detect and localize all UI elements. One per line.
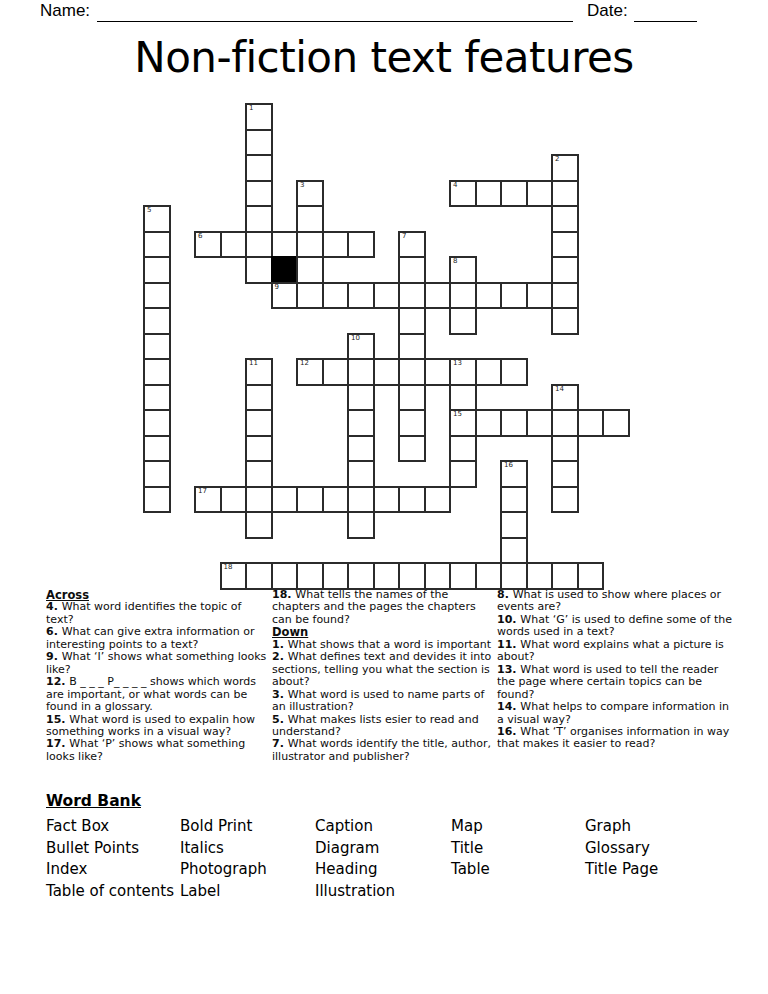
clue: 6. What can give extra information or in… — [46, 626, 272, 651]
grid-cell[interactable] — [296, 282, 324, 310]
grid-cell[interactable] — [398, 282, 426, 310]
grid-cell[interactable] — [449, 307, 477, 335]
grid-cell[interactable] — [424, 358, 452, 386]
cell-number: 6 — [198, 232, 202, 241]
grid-cell[interactable] — [143, 409, 171, 437]
grid-cell[interactable] — [143, 358, 171, 386]
grid-cell[interactable] — [143, 486, 171, 514]
grid-cell[interactable] — [449, 562, 477, 590]
clues-column-1: Across 4. What word identifies the topic… — [46, 589, 272, 763]
grid-cell[interactable] — [245, 409, 273, 437]
grid-cell[interactable] — [424, 486, 452, 514]
grid-cell[interactable] — [143, 307, 171, 335]
word-bank-item: Bullet Points — [46, 838, 174, 860]
grid-cell[interactable] — [220, 486, 248, 514]
grid-cell[interactable]: 18 — [220, 562, 248, 590]
grid-cell[interactable] — [143, 384, 171, 412]
name-label: Name: — [40, 1, 90, 21]
grid-cell[interactable] — [526, 180, 554, 208]
grid-cell[interactable]: 15 — [449, 409, 477, 437]
grid-cell[interactable]: 3 — [296, 180, 324, 208]
grid-cell[interactable] — [500, 511, 528, 539]
word-bank-item: Illustration — [315, 881, 395, 903]
clue: 12. B _ _ _ P_ _ _ _ shows which words a… — [46, 676, 272, 713]
grid-cell[interactable] — [577, 409, 605, 437]
grid-cell[interactable]: 2 — [551, 154, 579, 182]
grid-cell[interactable]: 6 — [194, 231, 222, 259]
word-bank-item: Table — [451, 859, 490, 881]
grid-cell[interactable] — [449, 435, 477, 463]
grid-cell[interactable] — [245, 460, 273, 488]
cell-number: 15 — [453, 410, 462, 419]
cell-number: 10 — [351, 334, 360, 343]
grid-cell[interactable] — [526, 282, 554, 310]
grid-cell[interactable] — [424, 282, 452, 310]
grid-cell[interactable] — [398, 435, 426, 463]
grid-cell[interactable] — [347, 282, 375, 310]
grid-cell[interactable]: 7 — [398, 231, 426, 259]
word-bank-item: Map — [451, 816, 490, 838]
grid-cell[interactable] — [551, 460, 579, 488]
grid-cell[interactable] — [271, 486, 299, 514]
grid-cell[interactable] — [373, 282, 401, 310]
grid-cell[interactable] — [245, 511, 273, 539]
word-bank-item: Photograph — [180, 859, 267, 881]
grid-cell[interactable] — [398, 384, 426, 412]
cell-number: 11 — [249, 359, 258, 368]
word-bank-column: MapTitleTable — [451, 816, 490, 881]
grid-cell[interactable] — [500, 537, 528, 565]
word-bank-item: Title Page — [585, 859, 658, 881]
grid-cell[interactable] — [398, 333, 426, 361]
grid-cell[interactable] — [551, 282, 579, 310]
cell-number: 2 — [555, 155, 559, 164]
grid-cell[interactable] — [449, 384, 477, 412]
cell-number: 9 — [275, 283, 279, 292]
grid-cell[interactable] — [500, 282, 528, 310]
grid-cell[interactable] — [373, 562, 401, 590]
date-input-line[interactable] — [634, 3, 697, 22]
word-bank-item: Label — [180, 881, 267, 903]
down-clue-list-cont: 8. What is used to show where places or … — [497, 589, 737, 751]
grid-cell[interactable] — [347, 511, 375, 539]
grid-cell[interactable] — [322, 358, 350, 386]
grid-cell[interactable] — [373, 358, 401, 386]
grid-cell[interactable]: 4 — [449, 180, 477, 208]
word-bank-column: CaptionDiagramHeadingIllustration — [315, 816, 395, 902]
grid-cell[interactable] — [322, 486, 350, 514]
grid-cell[interactable] — [347, 435, 375, 463]
grid-cell[interactable] — [500, 486, 528, 514]
grid-cell[interactable] — [551, 435, 579, 463]
grid-cell[interactable] — [347, 384, 375, 412]
clue: 14. What helps to compare information in… — [497, 701, 737, 726]
clue: 11. What word explains what a picture is… — [497, 639, 737, 664]
grid-cell[interactable]: 16 — [500, 460, 528, 488]
cell-number: 13 — [453, 359, 462, 368]
grid-cell[interactable] — [373, 486, 401, 514]
clue: 4. What word identifies the topic of tex… — [46, 601, 272, 626]
grid-cell[interactable] — [296, 256, 324, 284]
grid-cell[interactable] — [398, 409, 426, 437]
grid-cell[interactable] — [551, 562, 579, 590]
cell-number: 17 — [198, 487, 207, 496]
grid-cell[interactable] — [245, 205, 273, 233]
grid-cell[interactable] — [551, 205, 579, 233]
grid-cell[interactable] — [245, 129, 273, 157]
grid-cell[interactable] — [475, 562, 503, 590]
cell-number: 5 — [147, 206, 151, 215]
grid-cell[interactable] — [245, 562, 273, 590]
word-bank-item: Title — [451, 838, 490, 860]
grid-cell[interactable] — [551, 231, 579, 259]
clue: 7. What words identify the title, author… — [272, 738, 494, 763]
crossword-grid: 123456789101112131415161718 — [143, 103, 633, 593]
grid-cell[interactable] — [220, 231, 248, 259]
grid-cell[interactable] — [347, 460, 375, 488]
grid-cell[interactable] — [245, 384, 273, 412]
grid-cell[interactable]: 8 — [449, 256, 477, 284]
grid-cell[interactable] — [271, 562, 299, 590]
clue: 16. What ‘T’ organises information in wa… — [497, 726, 737, 751]
grid-cell[interactable] — [449, 460, 477, 488]
word-bank-item: Graph — [585, 816, 658, 838]
grid-cell[interactable] — [245, 435, 273, 463]
grid-cell[interactable]: 5 — [143, 205, 171, 233]
word-bank-item: Index — [46, 859, 174, 881]
clue: 9. What ‘I’ shows what something looks l… — [46, 651, 272, 676]
grid-cell[interactable] — [500, 562, 528, 590]
grid-cell[interactable] — [322, 282, 350, 310]
black-cell — [271, 256, 299, 284]
grid-cell[interactable] — [398, 358, 426, 386]
grid-cell[interactable]: 9 — [271, 282, 299, 310]
grid-cell[interactable] — [347, 562, 375, 590]
grid-cell[interactable] — [500, 409, 528, 437]
grid-cell[interactable]: 10 — [347, 333, 375, 361]
word-bank-item: Table of contents — [46, 881, 174, 903]
grid-cell[interactable] — [398, 307, 426, 335]
grid-cell[interactable] — [398, 486, 426, 514]
clue: 18. What tells the names of the chapters… — [272, 589, 494, 626]
word-bank: Word Bank Fact BoxBullet PointsIndexTabl… — [46, 792, 746, 820]
cell-number: 7 — [402, 232, 406, 241]
cell-number: 1 — [249, 104, 253, 113]
grid-cell[interactable] — [551, 256, 579, 284]
grid-cell[interactable]: 14 — [551, 384, 579, 412]
word-bank-item: Bold Print — [180, 816, 267, 838]
grid-cell[interactable] — [245, 154, 273, 182]
word-bank-column: Fact BoxBullet PointsIndexTable of conte… — [46, 816, 174, 902]
word-bank-item: Heading — [315, 859, 395, 881]
grid-cell[interactable] — [398, 256, 426, 284]
grid-cell[interactable] — [551, 409, 579, 437]
grid-cell[interactable] — [551, 180, 579, 208]
grid-cell[interactable] — [143, 333, 171, 361]
grid-cell[interactable] — [296, 205, 324, 233]
grid-cell[interactable] — [424, 562, 452, 590]
name-input-line[interactable] — [97, 3, 573, 22]
word-bank-item: Caption — [315, 816, 395, 838]
grid-cell[interactable] — [143, 282, 171, 310]
grid-cell[interactable] — [526, 562, 554, 590]
grid-cell[interactable] — [143, 231, 171, 259]
grid-cell[interactable] — [602, 409, 630, 437]
grid-cell[interactable] — [551, 307, 579, 335]
grid-cell[interactable] — [475, 282, 503, 310]
grid-cell[interactable]: 12 — [296, 358, 324, 386]
grid-cell[interactable]: 17 — [194, 486, 222, 514]
grid-cell[interactable] — [449, 282, 477, 310]
cell-number: 14 — [555, 385, 564, 394]
clue: 2. What defines text and devides it into… — [272, 651, 494, 688]
word-bank-item: Glossary — [585, 838, 658, 860]
grid-cell[interactable] — [322, 231, 350, 259]
grid-cell[interactable] — [475, 409, 503, 437]
grid-cell[interactable]: 1 — [245, 103, 273, 131]
grid-cell[interactable] — [500, 180, 528, 208]
word-bank-title: Word Bank — [46, 792, 746, 810]
grid-cell[interactable] — [245, 256, 273, 284]
word-bank-column: GraphGlossaryTitle Page — [585, 816, 658, 881]
grid-cell[interactable] — [143, 256, 171, 284]
clue: 3. What word is used to name parts of an… — [272, 689, 494, 714]
cell-number: 3 — [300, 181, 304, 190]
across-clue-list: 4. What word identifies the topic of tex… — [46, 601, 272, 763]
clue: 8. What is used to show where places or … — [497, 589, 737, 614]
grid-cell[interactable] — [296, 486, 324, 514]
page-title: Non-fiction text features — [0, 33, 768, 82]
grid-cell[interactable] — [577, 562, 605, 590]
grid-cell[interactable] — [143, 460, 171, 488]
grid-cell[interactable] — [526, 409, 554, 437]
grid-cell[interactable] — [347, 409, 375, 437]
grid-cell[interactable] — [347, 358, 375, 386]
cell-number: 18 — [224, 563, 233, 572]
word-bank-column: Bold PrintItalicsPhotographLabel — [180, 816, 267, 902]
word-bank-item: Italics — [180, 838, 267, 860]
cell-number: 16 — [504, 461, 513, 470]
clues-column-2: 18. What tells the names of the chapters… — [272, 589, 494, 763]
clue: 5. What makes lists esier to read and un… — [272, 714, 494, 739]
cell-number: 8 — [453, 257, 457, 266]
grid-cell[interactable] — [551, 486, 579, 514]
grid-cell[interactable] — [347, 486, 375, 514]
grid-cell[interactable] — [245, 231, 273, 259]
clue: 13. What word is used to tell the reader… — [497, 664, 737, 701]
grid-cell[interactable] — [271, 231, 299, 259]
grid-cell[interactable] — [500, 358, 528, 386]
cell-number: 4 — [453, 181, 457, 190]
across-clue-list-cont: 18. What tells the names of the chapters… — [272, 589, 494, 626]
grid-cell[interactable] — [296, 231, 324, 259]
grid-cell[interactable] — [143, 435, 171, 463]
grid-cell[interactable] — [475, 180, 503, 208]
clues-column-3: 8. What is used to show where places or … — [497, 589, 737, 751]
clue: 10. What ‘G’ is used to define some of t… — [497, 614, 737, 639]
grid-cell[interactable] — [347, 231, 375, 259]
word-bank-item: Fact Box — [46, 816, 174, 838]
grid-cell[interactable]: 11 — [245, 358, 273, 386]
clue: 17. What ‘P’ shows what something looks … — [46, 738, 272, 763]
grid-cell[interactable]: 13 — [449, 358, 477, 386]
grid-cell[interactable] — [475, 358, 503, 386]
grid-cell[interactable] — [245, 180, 273, 208]
word-bank-item: Diagram — [315, 838, 395, 860]
date-label: Date: — [587, 1, 628, 21]
grid-cell[interactable] — [322, 562, 350, 590]
cell-number: 12 — [300, 359, 309, 368]
clue: 15. What word is used to expalin how som… — [46, 714, 272, 739]
down-clue-list: 1. What shows that a word is important2.… — [272, 639, 494, 764]
grid-cell[interactable] — [245, 486, 273, 514]
down-heading: Down — [272, 626, 494, 638]
grid-cell[interactable] — [398, 562, 426, 590]
grid-cell[interactable] — [296, 562, 324, 590]
